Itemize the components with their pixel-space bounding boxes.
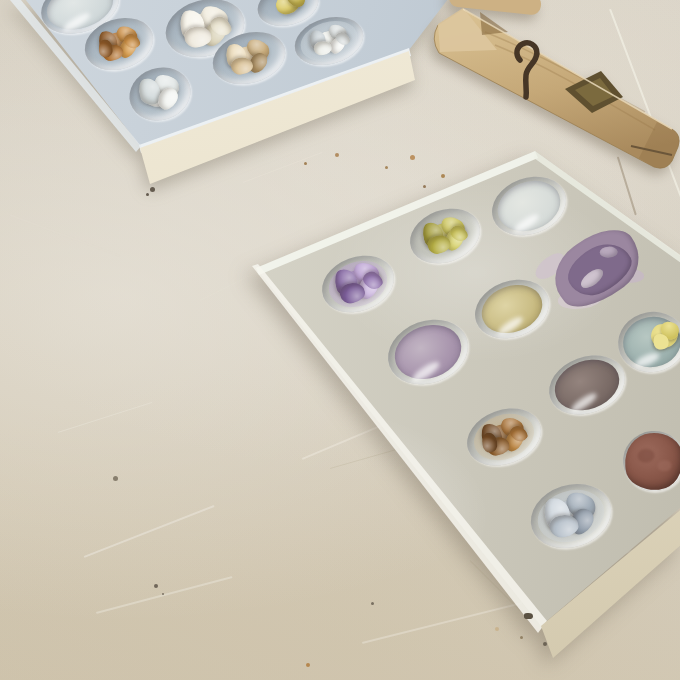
wooden-clothespin (425, 0, 680, 185)
photo-of-spot-plates (0, 0, 680, 680)
purple-powder-spill-layer (599, 246, 618, 258)
clear-liquid-gloss (512, 212, 542, 236)
lavender-liquid-gloss (410, 359, 442, 385)
amber-liquid-gloss (495, 315, 524, 339)
clothespin-jaw-notch (480, 12, 508, 35)
redbrown-powder-texture (636, 448, 655, 463)
redbrown-powder-texture (657, 460, 672, 473)
taupe-liquid-gloss (569, 391, 599, 416)
teal-well-yellow-paste-gloss (634, 350, 662, 370)
wooden-clothespin-mount (425, 0, 680, 185)
front-plate-corner-chip (524, 613, 533, 619)
